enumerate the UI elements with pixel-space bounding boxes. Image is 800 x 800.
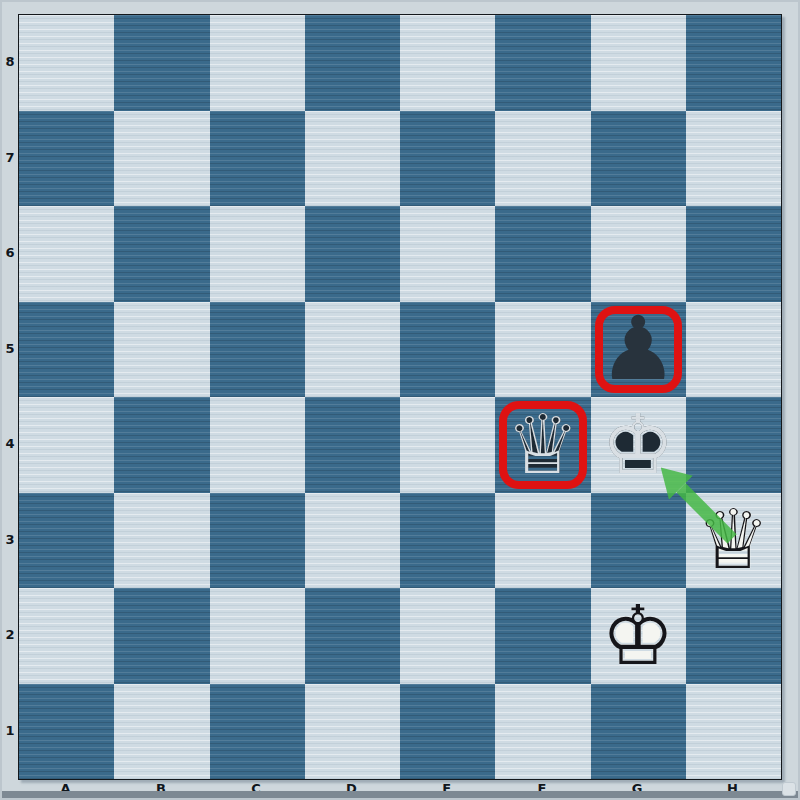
rank-label-8: 8 bbox=[2, 14, 18, 110]
king-outline-icon: ♔ bbox=[601, 595, 675, 677]
square-d1[interactable] bbox=[305, 684, 400, 780]
chess-board: ♟♛♕♚♔♛♕♚♔ bbox=[19, 15, 781, 779]
square-b7[interactable] bbox=[114, 111, 209, 207]
square-f3[interactable] bbox=[495, 493, 590, 589]
rank-label-7: 7 bbox=[2, 110, 18, 206]
square-f7[interactable] bbox=[495, 111, 590, 207]
square-c8[interactable] bbox=[210, 15, 305, 111]
square-f5[interactable] bbox=[495, 302, 590, 398]
square-d8[interactable] bbox=[305, 15, 400, 111]
square-c3[interactable] bbox=[210, 493, 305, 589]
square-g7[interactable] bbox=[591, 111, 686, 207]
square-d2[interactable] bbox=[305, 588, 400, 684]
square-d3[interactable] bbox=[305, 493, 400, 589]
square-b1[interactable] bbox=[114, 684, 209, 780]
square-d6[interactable] bbox=[305, 206, 400, 302]
rank-label-4: 4 bbox=[2, 396, 18, 492]
square-a6[interactable] bbox=[19, 206, 114, 302]
square-h3[interactable]: ♛♕ bbox=[686, 493, 781, 589]
square-h8[interactable] bbox=[686, 15, 781, 111]
queen-outline-icon: ♕ bbox=[506, 404, 580, 486]
square-b3[interactable] bbox=[114, 493, 209, 589]
square-d5[interactable] bbox=[305, 302, 400, 398]
rank-label-6: 6 bbox=[2, 205, 18, 301]
square-e2[interactable] bbox=[400, 588, 495, 684]
square-g3[interactable] bbox=[591, 493, 686, 589]
square-e3[interactable] bbox=[400, 493, 495, 589]
square-a1[interactable] bbox=[19, 684, 114, 780]
square-b8[interactable] bbox=[114, 15, 209, 111]
board-frame: ♟♛♕♚♔♛♕♚♔ bbox=[18, 14, 782, 780]
rank-label-2: 2 bbox=[2, 587, 18, 683]
queen-outline-icon: ♕ bbox=[697, 499, 771, 581]
bottom-status-strip bbox=[2, 791, 798, 798]
square-e7[interactable] bbox=[400, 111, 495, 207]
square-d4[interactable] bbox=[305, 397, 400, 493]
square-e8[interactable] bbox=[400, 15, 495, 111]
king-outline-icon: ♔ bbox=[601, 404, 675, 486]
square-g1[interactable] bbox=[591, 684, 686, 780]
square-g8[interactable] bbox=[591, 15, 686, 111]
piece-white-king-g2[interactable]: ♚♔ bbox=[591, 588, 686, 684]
chess-diagram-window: 87654321 ♟♛♕♚♔♛♕♚♔ ABCDEFGH bbox=[0, 0, 800, 800]
square-g5[interactable]: ♟ bbox=[591, 302, 686, 398]
square-a4[interactable] bbox=[19, 397, 114, 493]
square-f2[interactable] bbox=[495, 588, 590, 684]
square-c1[interactable] bbox=[210, 684, 305, 780]
square-c7[interactable] bbox=[210, 111, 305, 207]
square-d7[interactable] bbox=[305, 111, 400, 207]
square-b2[interactable] bbox=[114, 588, 209, 684]
square-a5[interactable] bbox=[19, 302, 114, 398]
square-g2[interactable]: ♚♔ bbox=[591, 588, 686, 684]
piece-black-king-g4[interactable]: ♚♔ bbox=[591, 397, 686, 493]
square-h5[interactable] bbox=[686, 302, 781, 398]
square-b5[interactable] bbox=[114, 302, 209, 398]
square-c2[interactable] bbox=[210, 588, 305, 684]
piece-white-queen-h3[interactable]: ♛♕ bbox=[686, 493, 781, 589]
resize-grip[interactable] bbox=[782, 782, 796, 796]
square-e4[interactable] bbox=[400, 397, 495, 493]
black-pawn-icon: ♟ bbox=[599, 305, 678, 393]
square-h1[interactable] bbox=[686, 684, 781, 780]
square-f1[interactable] bbox=[495, 684, 590, 780]
square-f8[interactable] bbox=[495, 15, 590, 111]
rank-labels: 87654321 bbox=[2, 14, 18, 778]
square-a7[interactable] bbox=[19, 111, 114, 207]
square-e1[interactable] bbox=[400, 684, 495, 780]
rank-label-3: 3 bbox=[2, 492, 18, 588]
square-c5[interactable] bbox=[210, 302, 305, 398]
square-g6[interactable] bbox=[591, 206, 686, 302]
square-b4[interactable] bbox=[114, 397, 209, 493]
square-h6[interactable] bbox=[686, 206, 781, 302]
square-a3[interactable] bbox=[19, 493, 114, 589]
rank-label-5: 5 bbox=[2, 301, 18, 397]
square-a2[interactable] bbox=[19, 588, 114, 684]
square-c6[interactable] bbox=[210, 206, 305, 302]
square-h7[interactable] bbox=[686, 111, 781, 207]
square-g4[interactable]: ♚♔ bbox=[591, 397, 686, 493]
square-h4[interactable] bbox=[686, 397, 781, 493]
square-h2[interactable] bbox=[686, 588, 781, 684]
piece-black-pawn-g5[interactable]: ♟ bbox=[591, 302, 686, 398]
square-f6[interactable] bbox=[495, 206, 590, 302]
square-a8[interactable] bbox=[19, 15, 114, 111]
square-f4[interactable]: ♛♕ bbox=[495, 397, 590, 493]
piece-black-queen-f4[interactable]: ♛♕ bbox=[495, 397, 590, 493]
rank-label-1: 1 bbox=[2, 683, 18, 779]
square-b6[interactable] bbox=[114, 206, 209, 302]
square-e6[interactable] bbox=[400, 206, 495, 302]
square-e5[interactable] bbox=[400, 302, 495, 398]
square-c4[interactable] bbox=[210, 397, 305, 493]
